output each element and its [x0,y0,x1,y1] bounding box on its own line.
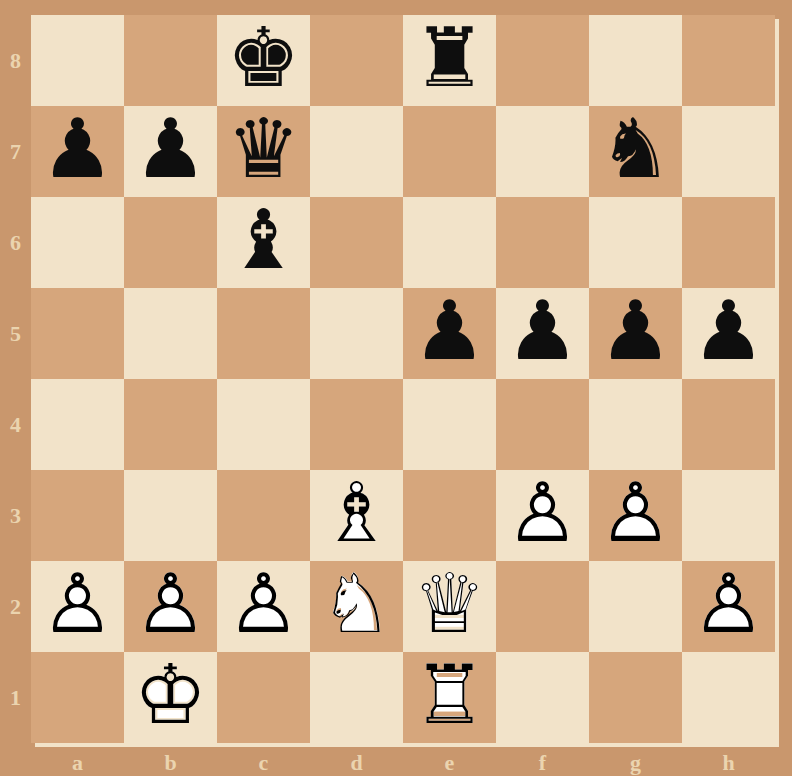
white-rook-outline: ♖ [403,653,496,735]
square-g5[interactable]: ♟ [589,288,682,379]
white-pawn[interactable]: ♟♙ [217,561,310,652]
white-pawn[interactable]: ♟♙ [682,561,775,652]
square-b7[interactable]: ♟ [124,106,217,197]
square-b3[interactable] [124,470,217,561]
black-pawn[interactable]: ♟ [496,288,589,379]
black-pawn[interactable]: ♟ [403,288,496,379]
white-pawn[interactable]: ♟♙ [589,470,682,561]
square-h2[interactable]: ♟♙ [682,561,775,652]
square-f6[interactable] [496,197,589,288]
square-e2[interactable]: ♛♕ [403,561,496,652]
square-a1[interactable] [31,652,124,743]
white-pawn-outline: ♙ [496,471,589,553]
black-pawn-glyph: ♟ [403,289,496,371]
square-f4[interactable] [496,379,589,470]
square-g7[interactable]: ♞ [589,106,682,197]
square-a2[interactable]: ♟♙ [31,561,124,652]
square-d3[interactable]: ♝♗ [310,470,403,561]
square-b6[interactable] [124,197,217,288]
square-e5[interactable]: ♟ [403,288,496,379]
white-king-outline: ♔ [124,653,217,735]
rank-labels: 87654321 [0,15,31,743]
rank-label-8: 8 [0,15,31,106]
square-c4[interactable] [217,379,310,470]
square-h3[interactable] [682,470,775,561]
white-rook[interactable]: ♜♖ [403,652,496,743]
black-pawn[interactable]: ♟ [589,288,682,379]
rank-label-6: 6 [0,197,31,288]
file-labels: abcdefgh [31,743,775,776]
file-label-c: c [217,743,310,776]
file-label-a: a [31,743,124,776]
square-d6[interactable] [310,197,403,288]
file-label-e: e [403,743,496,776]
square-a7[interactable]: ♟ [31,106,124,197]
rank-label-4: 4 [0,379,31,470]
square-c3[interactable] [217,470,310,561]
square-f7[interactable] [496,106,589,197]
square-d1[interactable] [310,652,403,743]
square-a6[interactable] [31,197,124,288]
white-pawn-outline: ♙ [682,562,775,644]
white-knight[interactable]: ♞♘ [310,561,403,652]
square-h6[interactable] [682,197,775,288]
black-pawn-glyph: ♟ [31,107,124,189]
square-e6[interactable] [403,197,496,288]
square-e3[interactable] [403,470,496,561]
white-king[interactable]: ♚♔ [124,652,217,743]
square-f8[interactable] [496,15,589,106]
square-h7[interactable] [682,106,775,197]
square-b4[interactable] [124,379,217,470]
square-f3[interactable]: ♟♙ [496,470,589,561]
square-a4[interactable] [31,379,124,470]
rank-label-7: 7 [0,106,31,197]
square-f5[interactable]: ♟ [496,288,589,379]
square-f2[interactable] [496,561,589,652]
white-bishop[interactable]: ♝♗ [310,470,403,561]
square-b8[interactable] [124,15,217,106]
rank-label-2: 2 [0,561,31,652]
white-pawn-outline: ♙ [31,562,124,644]
square-b1[interactable]: ♚♔ [124,652,217,743]
black-bishop-glyph: ♝ [217,198,310,280]
square-d2[interactable]: ♞♘ [310,561,403,652]
file-label-g: g [589,743,682,776]
rank-label-1: 1 [0,652,31,743]
black-pawn[interactable]: ♟ [31,106,124,197]
square-g8[interactable] [589,15,682,106]
square-f1[interactable] [496,652,589,743]
chess-board: ♚♜♟♟♛♞♝♟♟♟♟♝♗♟♙♟♙♟♙♟♙♟♙♞♘♛♕♟♙♚♔♜♖ [31,15,775,743]
square-c7[interactable]: ♛ [217,106,310,197]
white-pawn[interactable]: ♟♙ [124,561,217,652]
black-bishop[interactable]: ♝ [217,197,310,288]
white-queen-outline: ♕ [403,562,496,644]
white-pawn-outline: ♙ [589,471,682,553]
black-king-glyph: ♚ [217,16,310,98]
square-e4[interactable] [403,379,496,470]
file-label-d: d [310,743,403,776]
black-rook[interactable]: ♜ [403,15,496,106]
square-g2[interactable] [589,561,682,652]
square-e8[interactable]: ♜ [403,15,496,106]
black-queen[interactable]: ♛ [217,106,310,197]
square-c6[interactable]: ♝ [217,197,310,288]
square-g1[interactable] [589,652,682,743]
black-pawn-glyph: ♟ [682,289,775,371]
square-b2[interactable]: ♟♙ [124,561,217,652]
square-d7[interactable] [310,106,403,197]
square-d5[interactable] [310,288,403,379]
square-e7[interactable] [403,106,496,197]
square-b5[interactable] [124,288,217,379]
square-h8[interactable] [682,15,775,106]
square-a8[interactable] [31,15,124,106]
square-c5[interactable] [217,288,310,379]
square-g6[interactable] [589,197,682,288]
chess-diagram: 87654321 ♚♜♟♟♛♞♝♟♟♟♟♝♗♟♙♟♙♟♙♟♙♟♙♞♘♛♕♟♙♚♔… [0,0,792,776]
square-c2[interactable]: ♟♙ [217,561,310,652]
black-pawn-glyph: ♟ [496,289,589,371]
square-h1[interactable] [682,652,775,743]
white-pawn-outline: ♙ [124,562,217,644]
black-rook-glyph: ♜ [403,16,496,98]
square-c1[interactable] [217,652,310,743]
square-h4[interactable] [682,379,775,470]
white-pawn[interactable]: ♟♙ [496,470,589,561]
square-a3[interactable] [31,470,124,561]
black-queen-glyph: ♛ [217,107,310,189]
white-bishop-outline: ♗ [310,471,403,553]
square-g3[interactable]: ♟♙ [589,470,682,561]
black-pawn-glyph: ♟ [124,107,217,189]
square-g4[interactable] [589,379,682,470]
square-a5[interactable] [31,288,124,379]
black-pawn[interactable]: ♟ [124,106,217,197]
black-knight-glyph: ♞ [589,107,682,189]
file-label-b: b [124,743,217,776]
square-e1[interactable]: ♜♖ [403,652,496,743]
square-d4[interactable] [310,379,403,470]
black-king[interactable]: ♚ [217,15,310,106]
white-pawn[interactable]: ♟♙ [31,561,124,652]
rank-label-3: 3 [0,470,31,561]
rank-label-5: 5 [0,288,31,379]
black-knight[interactable]: ♞ [589,106,682,197]
white-knight-outline: ♘ [310,562,403,644]
file-label-f: f [496,743,589,776]
file-label-h: h [682,743,775,776]
square-d8[interactable] [310,15,403,106]
square-h5[interactable]: ♟ [682,288,775,379]
black-pawn-glyph: ♟ [589,289,682,371]
black-pawn[interactable]: ♟ [682,288,775,379]
white-pawn-outline: ♙ [217,562,310,644]
square-c8[interactable]: ♚ [217,15,310,106]
white-queen[interactable]: ♛♕ [403,561,496,652]
